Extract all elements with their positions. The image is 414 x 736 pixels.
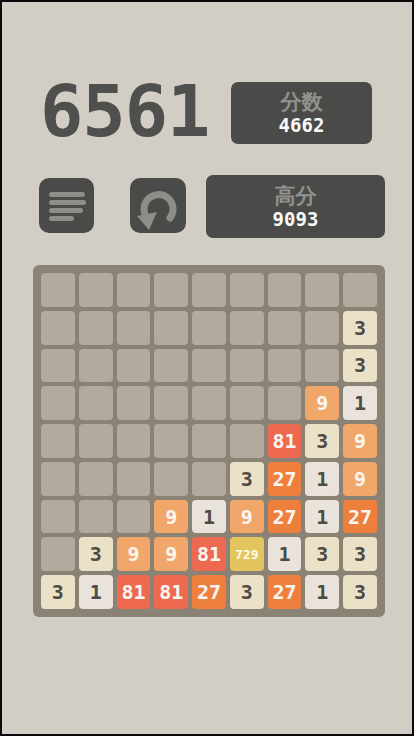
- cell-empty: [41, 273, 75, 307]
- score-box: 分数 4662: [231, 82, 372, 144]
- restart-button[interactable]: [130, 178, 186, 233]
- cell-empty: [117, 386, 151, 420]
- best-score-value: 9093: [273, 208, 319, 231]
- score-label: 分数: [281, 89, 323, 114]
- cell-empty: [41, 311, 75, 345]
- tile-729: 729: [230, 537, 264, 571]
- tile-27: 27: [343, 500, 377, 534]
- cell-empty: [79, 500, 113, 534]
- cell-empty: [268, 349, 302, 383]
- tile-1: 1: [305, 575, 339, 609]
- cell-empty: [117, 462, 151, 496]
- tile-3: 3: [343, 575, 377, 609]
- cell-empty: [79, 386, 113, 420]
- tile-3: 3: [343, 537, 377, 571]
- cell-empty: [305, 349, 339, 383]
- tile-1: 1: [192, 500, 226, 534]
- tile-27: 27: [268, 575, 302, 609]
- cell-empty: [305, 273, 339, 307]
- tile-3: 3: [79, 537, 113, 571]
- tile-9: 9: [154, 500, 188, 534]
- cell-empty: [117, 349, 151, 383]
- tile-9: 9: [305, 386, 339, 420]
- cell-empty: [230, 386, 264, 420]
- tile-3: 3: [305, 424, 339, 458]
- cell-empty: [154, 311, 188, 345]
- cell-empty: [41, 462, 75, 496]
- cell-empty: [79, 349, 113, 383]
- cell-empty: [192, 386, 226, 420]
- tile-3: 3: [230, 462, 264, 496]
- cell-empty: [79, 424, 113, 458]
- tile-3: 3: [305, 537, 339, 571]
- cell-empty: [305, 311, 339, 345]
- score-value: 4662: [279, 114, 325, 137]
- cell-empty: [41, 500, 75, 534]
- best-score-label: 高分: [275, 183, 317, 208]
- tile-1: 1: [343, 386, 377, 420]
- cell-empty: [117, 311, 151, 345]
- cell-empty: [154, 349, 188, 383]
- cell-empty: [41, 386, 75, 420]
- cell-empty: [343, 273, 377, 307]
- cell-empty: [268, 386, 302, 420]
- cell-empty: [268, 273, 302, 307]
- cell-empty: [192, 462, 226, 496]
- tile-1: 1: [305, 462, 339, 496]
- cell-empty: [117, 500, 151, 534]
- cell-empty: [41, 424, 75, 458]
- cell-empty: [79, 311, 113, 345]
- tile-3: 3: [230, 575, 264, 609]
- app-screen: 6561 分数 4662 高分 9093 3391813932719919271…: [0, 0, 414, 736]
- tile-9: 9: [230, 500, 264, 534]
- tile-27: 27: [192, 575, 226, 609]
- cell-empty: [154, 273, 188, 307]
- tile-81: 81: [268, 424, 302, 458]
- tile-1: 1: [305, 500, 339, 534]
- best-score-box: 高分 9093: [206, 175, 385, 238]
- cell-empty: [192, 311, 226, 345]
- tile-9: 9: [117, 537, 151, 571]
- tile-9: 9: [343, 424, 377, 458]
- restart-icon: [130, 178, 186, 233]
- cell-empty: [192, 424, 226, 458]
- cell-empty: [41, 349, 75, 383]
- tile-27: 27: [268, 462, 302, 496]
- board[interactable]: 3391813932719919271273998172913331818127…: [33, 265, 385, 617]
- tile-9: 9: [154, 537, 188, 571]
- tile-81: 81: [192, 537, 226, 571]
- cell-empty: [230, 424, 264, 458]
- tile-3: 3: [343, 349, 377, 383]
- tile-27: 27: [268, 500, 302, 534]
- cell-empty: [268, 311, 302, 345]
- cell-empty: [230, 349, 264, 383]
- cell-empty: [154, 386, 188, 420]
- cell-empty: [154, 424, 188, 458]
- menu-icon: [49, 192, 86, 224]
- tile-81: 81: [154, 575, 188, 609]
- tile-1: 1: [79, 575, 113, 609]
- tile-3: 3: [343, 311, 377, 345]
- tile-81: 81: [117, 575, 151, 609]
- cell-empty: [79, 273, 113, 307]
- cell-empty: [117, 424, 151, 458]
- cell-empty: [230, 273, 264, 307]
- cell-empty: [192, 273, 226, 307]
- cell-empty: [117, 273, 151, 307]
- cell-empty: [41, 537, 75, 571]
- cell-empty: [79, 462, 113, 496]
- page-title: 6561: [40, 78, 218, 144]
- cell-empty: [154, 462, 188, 496]
- tile-1: 1: [268, 537, 302, 571]
- tile-9: 9: [343, 462, 377, 496]
- tile-3: 3: [41, 575, 75, 609]
- cell-empty: [230, 311, 264, 345]
- cell-empty: [192, 349, 226, 383]
- menu-button[interactable]: [39, 178, 94, 233]
